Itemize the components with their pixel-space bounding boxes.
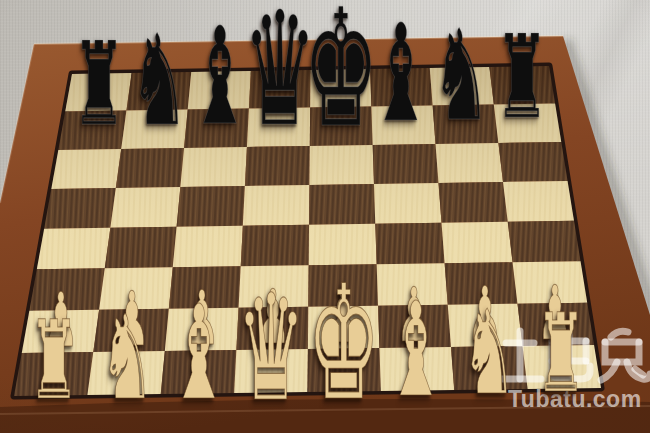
photo-chess-scene: ♜♞♝♛♚♝♞♜♟♟♟♟♟♟♟♟♜♞♝♛♚♝♞♜ — [0, 0, 650, 433]
chessboard — [0, 0, 650, 433]
board-sheen — [14, 66, 601, 396]
sheen-quad — [14, 66, 601, 396]
frame-front-edge — [0, 399, 650, 433]
